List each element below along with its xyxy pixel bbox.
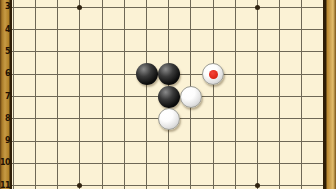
- row-label: 3: [0, 2, 10, 12]
- white-stone: [202, 63, 224, 85]
- row-label: 6: [0, 69, 10, 79]
- last-move-marker-icon: [209, 70, 218, 79]
- grid-line-horizontal: [12, 141, 324, 142]
- board-frame-right: [323, 0, 336, 189]
- grid-line-horizontal: [12, 185, 324, 186]
- row-label: 10: [0, 158, 10, 168]
- row-label: 7: [0, 92, 10, 102]
- row-label: 8: [0, 114, 10, 124]
- grid-line-horizontal: [12, 7, 324, 8]
- white-stone: [180, 86, 202, 108]
- grid-line-horizontal: [12, 163, 324, 164]
- star-point: [255, 5, 260, 10]
- row-label: 11: [0, 181, 10, 189]
- black-stone: [136, 63, 158, 85]
- grid-line-horizontal: [12, 29, 324, 30]
- star-point: [77, 183, 82, 188]
- black-stone: [158, 63, 180, 85]
- row-label: 4: [0, 25, 10, 35]
- star-point: [77, 5, 82, 10]
- row-label: 5: [0, 47, 10, 57]
- grid-line-horizontal: [12, 51, 324, 52]
- star-point: [255, 183, 260, 188]
- gomoku-board[interactable]: 34567891011: [0, 0, 336, 189]
- row-label: 9: [0, 136, 10, 146]
- black-stone: [158, 86, 180, 108]
- white-stone: [158, 108, 180, 130]
